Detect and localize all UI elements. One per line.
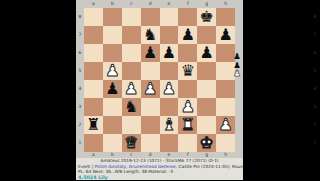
square-g3[interactable] (197, 98, 216, 116)
piece-black-rook: ♜ (86, 117, 100, 133)
square-c3[interactable]: ♞ (122, 98, 141, 116)
square-h1[interactable] (216, 134, 235, 152)
rank-label-3: 3 (76, 98, 84, 116)
square-d1[interactable] (141, 134, 160, 152)
square-f2[interactable]: ♜ (178, 116, 197, 134)
piece-black-pawn: ♟ (162, 45, 176, 61)
rank-label-8: 8 (76, 8, 84, 26)
opening-name: Grunenstead Defense, (127, 164, 177, 169)
square-g6[interactable]: ♟ (197, 44, 216, 62)
square-c8[interactable] (122, 8, 141, 26)
square-b5[interactable]: ♟ (103, 62, 122, 80)
video-frame: abcdefgh 87654321 87654321 abcdefgh ♚♞♟♟… (0, 0, 320, 180)
captured-pieces-tray: ♟♟♟ (231, 52, 243, 78)
piece-black-pawn: ♟ (200, 45, 214, 61)
square-b1[interactable] (103, 134, 122, 152)
rank-label-8: 8 (311, 8, 319, 26)
event-rest: Castle Pin (2024-11-05), Round 11 (177, 164, 243, 169)
square-f5[interactable]: ♛ (178, 62, 197, 80)
square-d5[interactable] (141, 62, 160, 80)
rank-label-1: 1 (76, 134, 84, 152)
square-e6[interactable]: ♟ (160, 44, 179, 62)
square-c1[interactable]: ♛ (122, 134, 141, 152)
square-c2[interactable] (122, 116, 141, 134)
piece-black-pawn: ♟ (143, 45, 157, 61)
piece-black-pawn: ♟ (181, 27, 195, 43)
event-name: Polish Gololaty, (95, 164, 128, 169)
square-b4[interactable]: ♟ (103, 80, 122, 98)
square-c5[interactable] (122, 62, 141, 80)
piece-white-queen: ♛ (124, 135, 138, 151)
square-b7[interactable] (103, 26, 122, 44)
piece-white-rook: ♜ (181, 117, 195, 133)
square-h3[interactable] (216, 98, 235, 116)
file-label-c: c (122, 0, 141, 8)
captured-white-pawn-icon: ♟ (233, 69, 241, 78)
rank-label-4: 4 (311, 80, 319, 98)
piece-black-queen: ♛ (181, 63, 195, 79)
rank-label-3: 3 (311, 98, 319, 116)
rank-label-7: 7 (311, 26, 319, 44)
square-d8[interactable] (141, 8, 160, 26)
square-f6[interactable] (178, 44, 197, 62)
rank-label-6: 6 (311, 44, 319, 62)
square-e2[interactable]: ♝ (160, 116, 179, 134)
rank-label-2: 2 (76, 116, 84, 134)
rank-label-6: 6 (76, 44, 84, 62)
square-b6[interactable] (103, 44, 122, 62)
rank-labels-left: 87654321 (76, 8, 84, 152)
piece-white-pawn: ♟ (218, 117, 232, 133)
square-e3[interactable] (160, 98, 179, 116)
left-letterbox-bar (0, 0, 77, 180)
file-label-f: f (178, 0, 197, 8)
piece-black-pawn: ♟ (105, 81, 119, 97)
event-prefix: Event | (78, 164, 95, 169)
square-a6[interactable] (84, 44, 103, 62)
file-label-a: a (84, 0, 103, 8)
square-e4[interactable]: ♟ (160, 80, 179, 98)
square-f1[interactable] (178, 134, 197, 152)
piece-black-pawn: ♟ (218, 27, 232, 43)
piece-white-bishop: ♝ (162, 117, 176, 133)
square-a1[interactable] (84, 134, 103, 152)
rank-label-5: 5 (76, 62, 84, 80)
piece-white-pawn: ♟ (143, 81, 157, 97)
rank-label-4: 4 (76, 80, 84, 98)
rank-label-1: 1 (311, 134, 319, 152)
game-info-footer: Amateus 2019-12-23 (1071) - StockMA 77 (… (76, 158, 243, 180)
square-d6[interactable]: ♟ (141, 44, 160, 62)
rank-label-2: 2 (311, 116, 319, 134)
square-c7[interactable] (122, 26, 141, 44)
square-b3[interactable] (103, 98, 122, 116)
square-g5[interactable] (197, 62, 216, 80)
rank-label-5: 5 (311, 62, 319, 80)
file-label-b: b (103, 0, 122, 8)
square-f3[interactable]: ♟ (178, 98, 197, 116)
rank-labels-right: 87654321 (311, 8, 319, 152)
file-label-h: h (216, 0, 235, 8)
piece-white-pawn: ♟ (162, 81, 176, 97)
square-e7[interactable] (160, 26, 179, 44)
square-g2[interactable] (197, 116, 216, 134)
square-a2[interactable]: ♜ (84, 116, 103, 134)
square-c4[interactable]: ♟ (122, 80, 141, 98)
piece-white-pawn: ♟ (124, 81, 138, 97)
square-h2[interactable]: ♟ (216, 116, 235, 134)
square-g8[interactable]: ♚ (197, 8, 216, 26)
square-a7[interactable] (84, 26, 103, 44)
square-b2[interactable] (103, 116, 122, 134)
square-b8[interactable] (103, 8, 122, 26)
piece-black-king: ♚ (200, 9, 214, 25)
square-a5[interactable] (84, 62, 103, 80)
square-f4[interactable] (178, 80, 197, 98)
square-f8[interactable] (178, 8, 197, 26)
square-d2[interactable] (141, 116, 160, 134)
square-h4[interactable] (216, 80, 235, 98)
square-e1[interactable] (160, 134, 179, 152)
square-e8[interactable] (160, 8, 179, 26)
file-label-e: e (160, 0, 179, 8)
board-panel: abcdefgh 87654321 87654321 abcdefgh ♚♞♟♟… (76, 0, 243, 180)
square-d7[interactable]: ♞ (141, 26, 160, 44)
piece-black-knight: ♞ (143, 27, 157, 43)
square-f7[interactable]: ♟ (178, 26, 197, 44)
piece-white-king: ♚ (200, 135, 214, 151)
piece-white-pawn: ♟ (105, 63, 119, 79)
rank-label-7: 7 (76, 26, 84, 44)
square-g1[interactable]: ♚ (197, 134, 216, 152)
square-g4[interactable] (197, 80, 216, 98)
square-g7[interactable] (197, 26, 216, 44)
file-label-d: d (141, 0, 160, 8)
square-h7[interactable]: ♟ (216, 26, 235, 44)
right-letterbox-bar (243, 0, 320, 180)
square-d4[interactable]: ♟ (141, 80, 160, 98)
chess-board: ♚♞♟♟♟♟♟♟♛♟♟♟♟♞♟♜♝♜♟♛♚ (84, 8, 235, 152)
square-d3[interactable] (141, 98, 160, 116)
square-a3[interactable] (84, 98, 103, 116)
square-a4[interactable] (84, 80, 103, 98)
square-a8[interactable] (84, 8, 103, 26)
square-c6[interactable] (122, 44, 141, 62)
square-h8[interactable] (216, 8, 235, 26)
eval-line: 4.5024 Lily (76, 175, 243, 181)
square-e5[interactable] (160, 62, 179, 80)
piece-black-knight: ♞ (124, 99, 138, 115)
piece-white-pawn: ♟ (181, 99, 195, 115)
